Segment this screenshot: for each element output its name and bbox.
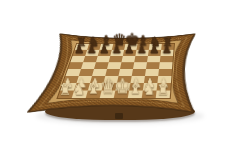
- piece-slot-h7: ♟: [160, 50, 173, 56]
- piece-black-pawn: ♟: [98, 43, 111, 55]
- piece-slot-f7: ♟: [135, 50, 148, 56]
- piece-slot-f1: ♝: [128, 91, 143, 99]
- piece-white-knight: ♞: [142, 82, 156, 97]
- photo-stage: ♜♞♝♛♚♝♞♜♟♟♟♟♟♟♟♟♟♟♟♟♟♟♟♟♜♞♝♛♚♝♞♜: [0, 0, 240, 150]
- piece-slot-h1: ♜: [156, 91, 171, 99]
- chess-set-scene: ♜♞♝♛♚♝♞♜♟♟♟♟♟♟♟♟♟♟♟♟♟♟♟♟♜♞♝♛♚♝♞♜: [0, 0, 240, 150]
- piece-white-bishop: ♝: [86, 81, 100, 97]
- piece-slot-g7: ♟: [148, 50, 161, 56]
- piece-black-pawn: ♟: [148, 43, 161, 55]
- piece-white-queen: ♛: [100, 78, 114, 96]
- piece-black-pawn: ♟: [73, 43, 86, 55]
- chess-board: ♜♞♝♛♚♝♞♜♟♟♟♟♟♟♟♟♟♟♟♟♟♟♟♟♜♞♝♛♚♝♞♜: [27, 34, 196, 113]
- piece-slot-e7: ♟: [123, 50, 137, 56]
- piece-white-knight: ♞: [72, 82, 86, 97]
- piece-black-pawn: ♟: [110, 43, 123, 55]
- piece-black-pawn: ♟: [123, 43, 136, 55]
- piece-slot-g1: ♞: [142, 91, 157, 99]
- piece-white-rook: ♜: [156, 83, 170, 97]
- piece-slot-e1: ♚: [114, 91, 129, 99]
- piece-black-pawn: ♟: [161, 43, 174, 55]
- piece-white-king: ♚: [114, 77, 128, 96]
- piece-black-pawn: ♟: [136, 43, 149, 55]
- piece-black-pawn: ♟: [85, 43, 98, 55]
- piece-white-rook: ♜: [58, 83, 72, 97]
- piece-white-bishop: ♝: [128, 81, 142, 97]
